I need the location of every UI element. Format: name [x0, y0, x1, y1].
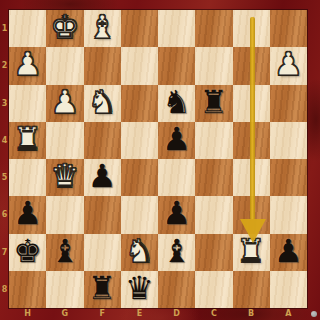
square-d5[interactable] — [158, 159, 195, 196]
file-label-e: E — [121, 306, 158, 320]
square-d7[interactable]: ♝ — [158, 234, 195, 271]
piece-white-rook: ♜ — [13, 121, 42, 158]
piece-black-pawn: ♟ — [13, 195, 42, 232]
piece-white-queen: ♛ — [51, 158, 80, 195]
square-c7[interactable] — [195, 234, 232, 271]
piece-white-pawn: ♟ — [274, 46, 303, 83]
file-label-b: B — [233, 306, 270, 320]
square-h5[interactable] — [9, 159, 46, 196]
square-d4[interactable]: ♟ — [158, 122, 195, 159]
square-a8[interactable] — [270, 271, 307, 308]
square-a2[interactable]: ♟ — [270, 47, 307, 84]
rank-label-1: 1 — [0, 10, 9, 47]
square-h1[interactable] — [9, 10, 46, 47]
corner-dot — [311, 311, 317, 317]
square-c1[interactable] — [195, 10, 232, 47]
square-c4[interactable] — [195, 122, 232, 159]
square-e2[interactable] — [121, 47, 158, 84]
piece-white-king: ♚ — [51, 9, 80, 46]
square-h7[interactable]: ♚ — [9, 234, 46, 271]
square-e5[interactable] — [121, 159, 158, 196]
square-c2[interactable] — [195, 47, 232, 84]
piece-black-bishop: ♝ — [162, 233, 191, 270]
piece-black-queen: ♛ — [125, 270, 154, 307]
square-d1[interactable] — [158, 10, 195, 47]
rank-label-5: 5 — [0, 159, 9, 196]
square-a1[interactable] — [270, 10, 307, 47]
square-f4[interactable] — [84, 122, 121, 159]
piece-black-king: ♚ — [13, 233, 42, 270]
piece-black-rook: ♜ — [200, 84, 229, 121]
piece-black-bishop: ♝ — [51, 233, 80, 270]
square-g7[interactable]: ♝ — [46, 234, 83, 271]
move-arrow-line — [250, 17, 255, 220]
file-label-c: C — [195, 306, 232, 320]
square-g3[interactable]: ♟ — [46, 85, 83, 122]
square-f7[interactable] — [84, 234, 121, 271]
square-a7[interactable]: ♟ — [270, 234, 307, 271]
square-h3[interactable] — [9, 85, 46, 122]
square-h8[interactable] — [9, 271, 46, 308]
square-f6[interactable] — [84, 196, 121, 233]
square-e4[interactable] — [121, 122, 158, 159]
square-c5[interactable] — [195, 159, 232, 196]
move-arrow-head-icon — [240, 219, 266, 243]
square-b8[interactable] — [233, 271, 270, 308]
square-d2[interactable] — [158, 47, 195, 84]
piece-white-pawn: ♟ — [51, 84, 80, 121]
piece-white-knight: ♞ — [125, 233, 154, 270]
square-d8[interactable] — [158, 271, 195, 308]
rank-label-6: 6 — [0, 196, 9, 233]
square-a3[interactable] — [270, 85, 307, 122]
square-f5[interactable]: ♟ — [84, 159, 121, 196]
chessboard-frame: 12345678 ♚♝♟♟♟♞♞♜♜♟♛♟♟♟♚♝♞♝♜♟♜♛ HGFEDCBA — [0, 0, 320, 320]
square-g4[interactable] — [46, 122, 83, 159]
square-c8[interactable] — [195, 271, 232, 308]
square-c3[interactable]: ♜ — [195, 85, 232, 122]
square-d6[interactable]: ♟ — [158, 196, 195, 233]
square-g5[interactable]: ♛ — [46, 159, 83, 196]
square-e7[interactable]: ♞ — [121, 234, 158, 271]
rank-label-4: 4 — [0, 122, 9, 159]
piece-white-pawn: ♟ — [13, 46, 42, 83]
chessboard: ♚♝♟♟♟♞♞♜♜♟♛♟♟♟♚♝♞♝♜♟♜♛ — [9, 10, 307, 308]
square-e3[interactable] — [121, 85, 158, 122]
square-f8[interactable]: ♜ — [84, 271, 121, 308]
square-a4[interactable] — [270, 122, 307, 159]
square-e8[interactable]: ♛ — [121, 271, 158, 308]
file-label-d: D — [158, 306, 195, 320]
square-a6[interactable] — [270, 196, 307, 233]
square-e6[interactable] — [121, 196, 158, 233]
square-h6[interactable]: ♟ — [9, 196, 46, 233]
file-label-a: A — [270, 306, 307, 320]
square-g1[interactable]: ♚ — [46, 10, 83, 47]
file-label-g: G — [46, 306, 83, 320]
file-label-h: H — [9, 306, 46, 320]
square-d3[interactable]: ♞ — [158, 85, 195, 122]
file-label-f: F — [84, 306, 121, 320]
piece-black-pawn: ♟ — [162, 121, 191, 158]
rank-label-2: 2 — [0, 47, 9, 84]
square-h4[interactable]: ♜ — [9, 122, 46, 159]
square-a5[interactable] — [270, 159, 307, 196]
piece-white-knight: ♞ — [88, 84, 117, 121]
square-f3[interactable]: ♞ — [84, 85, 121, 122]
piece-black-rook: ♜ — [88, 270, 117, 307]
piece-black-pawn: ♟ — [162, 195, 191, 232]
rank-label-3: 3 — [0, 85, 9, 122]
piece-black-knight: ♞ — [162, 84, 191, 121]
square-g6[interactable] — [46, 196, 83, 233]
piece-black-pawn: ♟ — [88, 158, 117, 195]
square-c6[interactable] — [195, 196, 232, 233]
square-g8[interactable] — [46, 271, 83, 308]
square-e1[interactable] — [121, 10, 158, 47]
file-labels: HGFEDCBA — [9, 306, 307, 320]
square-h2[interactable]: ♟ — [9, 47, 46, 84]
rank-label-8: 8 — [0, 271, 9, 308]
rank-labels: 12345678 — [0, 10, 9, 308]
square-f1[interactable]: ♝ — [84, 10, 121, 47]
square-g2[interactable] — [46, 47, 83, 84]
piece-white-bishop: ♝ — [88, 9, 117, 46]
piece-black-pawn: ♟ — [274, 233, 303, 270]
square-f2[interactable] — [84, 47, 121, 84]
rank-label-7: 7 — [0, 234, 9, 271]
